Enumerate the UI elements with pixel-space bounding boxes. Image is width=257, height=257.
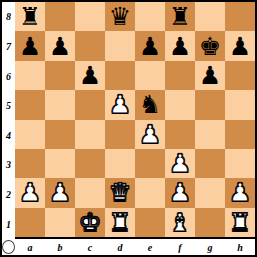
square-g2[interactable]: [195, 178, 225, 207]
rank-labels: 87654321: [2, 2, 15, 239]
move-indicator-corner: [2, 239, 15, 255]
square-f4[interactable]: [165, 120, 195, 149]
square-e3[interactable]: [135, 149, 165, 178]
square-f8[interactable]: ♜: [165, 2, 195, 31]
square-g1[interactable]: [195, 208, 225, 237]
rank-label-5: 5: [2, 91, 15, 121]
square-f6[interactable]: [165, 61, 195, 90]
black-rook-f8[interactable]: ♜: [169, 4, 191, 29]
square-c3[interactable]: [75, 149, 105, 178]
rank-label-4: 4: [2, 121, 15, 151]
file-label-c: c: [75, 239, 105, 255]
black-pawn-g6[interactable]: ♟: [199, 63, 221, 88]
square-h3[interactable]: [225, 149, 255, 178]
square-b5[interactable]: [45, 90, 75, 119]
square-a5[interactable]: [15, 90, 45, 119]
white-bishop-f1[interactable]: ♝: [169, 210, 191, 235]
chess-board: ♜♛♜♟♟♟♟♚♟♟♟♟♞♟♟♟♟♛♟♟♚♜♝♜: [15, 2, 255, 239]
square-g6[interactable]: ♟: [195, 61, 225, 90]
square-e5[interactable]: ♞: [135, 90, 165, 119]
square-c6[interactable]: ♟: [75, 61, 105, 90]
square-c1[interactable]: ♚: [75, 208, 105, 237]
black-knight-e5[interactable]: ♞: [139, 92, 161, 117]
white-pawn-e4[interactable]: ♟: [139, 122, 161, 147]
square-a4[interactable]: [15, 120, 45, 149]
square-e7[interactable]: ♟: [135, 31, 165, 60]
square-d5[interactable]: ♟: [105, 90, 135, 119]
white-pawn-h2[interactable]: ♟: [229, 180, 251, 205]
black-pawn-b7[interactable]: ♟: [49, 34, 71, 59]
white-to-move-indicator: [2, 240, 15, 254]
white-pawn-f2[interactable]: ♟: [169, 180, 191, 205]
file-label-a: a: [15, 239, 45, 255]
file-label-h: h: [225, 239, 255, 255]
chess-diagram: 87654321 ♜♛♜♟♟♟♟♚♟♟♟♟♞♟♟♟♟♛♟♟♚♜♝♜ abcdef…: [0, 0, 257, 257]
square-h5[interactable]: [225, 90, 255, 119]
white-pawn-d5[interactable]: ♟: [109, 92, 131, 117]
black-pawn-a7[interactable]: ♟: [19, 34, 41, 59]
rank-label-3: 3: [2, 150, 15, 180]
black-king-g7[interactable]: ♚: [199, 34, 221, 59]
square-h8[interactable]: [225, 2, 255, 31]
file-label-b: b: [45, 239, 75, 255]
black-pawn-c6[interactable]: ♟: [79, 63, 101, 88]
square-d1[interactable]: ♜: [105, 208, 135, 237]
file-label-d: d: [105, 239, 135, 255]
square-d8[interactable]: ♛: [105, 2, 135, 31]
square-d6[interactable]: [105, 61, 135, 90]
white-king-c1[interactable]: ♚: [79, 210, 101, 235]
square-g8[interactable]: [195, 2, 225, 31]
square-d3[interactable]: [105, 149, 135, 178]
rank-label-1: 1: [2, 209, 15, 239]
square-e6[interactable]: [135, 61, 165, 90]
square-f7[interactable]: ♟: [165, 31, 195, 60]
square-f3[interactable]: ♟: [165, 149, 195, 178]
white-queen-d2[interactable]: ♛: [109, 180, 131, 205]
black-pawn-e7[interactable]: ♟: [139, 34, 161, 59]
square-h6[interactable]: [225, 61, 255, 90]
square-a1[interactable]: [15, 208, 45, 237]
square-h2[interactable]: ♟: [225, 178, 255, 207]
square-d4[interactable]: [105, 120, 135, 149]
square-f5[interactable]: [165, 90, 195, 119]
file-label-f: f: [165, 239, 195, 255]
rank-label-2: 2: [2, 180, 15, 210]
white-pawn-a2[interactable]: ♟: [19, 180, 41, 205]
square-g4[interactable]: [195, 120, 225, 149]
white-pawn-b2[interactable]: ♟: [49, 180, 71, 205]
file-label-e: e: [135, 239, 165, 255]
square-a2[interactable]: ♟: [15, 178, 45, 207]
square-a8[interactable]: ♜: [15, 2, 45, 31]
square-b1[interactable]: [45, 208, 75, 237]
square-b6[interactable]: [45, 61, 75, 90]
square-h7[interactable]: ♟: [225, 31, 255, 60]
square-b7[interactable]: ♟: [45, 31, 75, 60]
square-a7[interactable]: ♟: [15, 31, 45, 60]
black-pawn-f7[interactable]: ♟: [169, 34, 191, 59]
square-g7[interactable]: ♚: [195, 31, 225, 60]
rank-label-8: 8: [2, 2, 15, 32]
square-h1[interactable]: ♜: [225, 208, 255, 237]
square-f1[interactable]: ♝: [165, 208, 195, 237]
square-g5[interactable]: [195, 90, 225, 119]
square-b8[interactable]: [45, 2, 75, 31]
square-e4[interactable]: ♟: [135, 120, 165, 149]
white-rook-d1[interactable]: ♜: [109, 210, 131, 235]
square-b4[interactable]: [45, 120, 75, 149]
square-b3[interactable]: [45, 149, 75, 178]
square-g3[interactable]: [195, 149, 225, 178]
square-a6[interactable]: [15, 61, 45, 90]
square-b2[interactable]: ♟: [45, 178, 75, 207]
square-f2[interactable]: ♟: [165, 178, 195, 207]
rank-label-7: 7: [2, 32, 15, 62]
square-c7[interactable]: [75, 31, 105, 60]
square-c8[interactable]: [75, 2, 105, 31]
square-d7[interactable]: [105, 31, 135, 60]
square-a3[interactable]: [15, 149, 45, 178]
file-label-g: g: [195, 239, 225, 255]
square-e8[interactable]: [135, 2, 165, 31]
file-labels: abcdefgh: [15, 239, 255, 255]
black-pawn-h7[interactable]: ♟: [229, 34, 251, 59]
square-e1[interactable]: [135, 208, 165, 237]
square-d2[interactable]: ♛: [105, 178, 135, 207]
white-pawn-f3[interactable]: ♟: [169, 151, 191, 176]
rank-label-6: 6: [2, 61, 15, 91]
square-e2[interactable]: [135, 178, 165, 207]
black-queen-d8[interactable]: ♛: [109, 4, 131, 29]
square-c5[interactable]: [75, 90, 105, 119]
square-c2[interactable]: [75, 178, 105, 207]
square-h4[interactable]: [225, 120, 255, 149]
white-rook-h1[interactable]: ♜: [229, 210, 251, 235]
square-c4[interactable]: [75, 120, 105, 149]
black-rook-a8[interactable]: ♜: [19, 4, 41, 29]
